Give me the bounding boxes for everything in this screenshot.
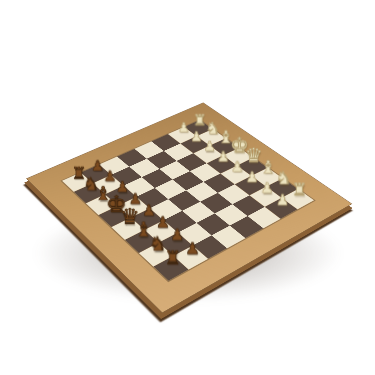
piece-white-pawn[interactable]: ♟ (271, 192, 294, 207)
piece-black-rook[interactable]: ♜ (160, 248, 185, 266)
product-photo-scene: ♜♞♝♛♚♝♞♜♟♟♟♟♟♟♟♟♟♟♟♟♟♟♟♟♜♞♝♛♚♝♞♜ (0, 0, 375, 375)
